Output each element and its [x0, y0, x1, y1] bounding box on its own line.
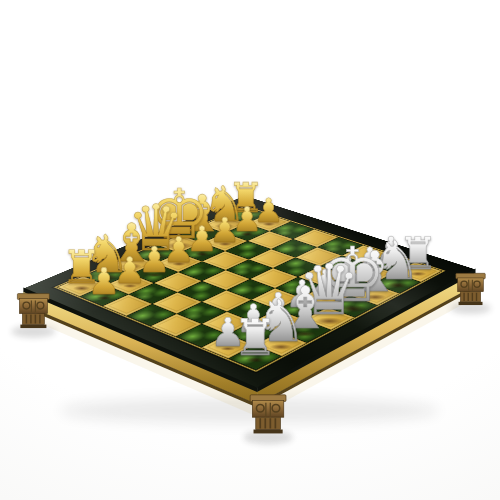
board-perspective-wrap — [0, 0, 500, 500]
product-photo-scene: Three-quarter product photo of a metal S… — [0, 0, 500, 500]
corner-marker-h8 — [243, 195, 245, 196]
corner-marker-a1 — [255, 388, 258, 390]
board-squares — [57, 207, 441, 370]
corner-marker-a8 — [22, 288, 25, 289]
corner-marker-h1 — [474, 269, 477, 270]
chess-board — [23, 196, 475, 389]
